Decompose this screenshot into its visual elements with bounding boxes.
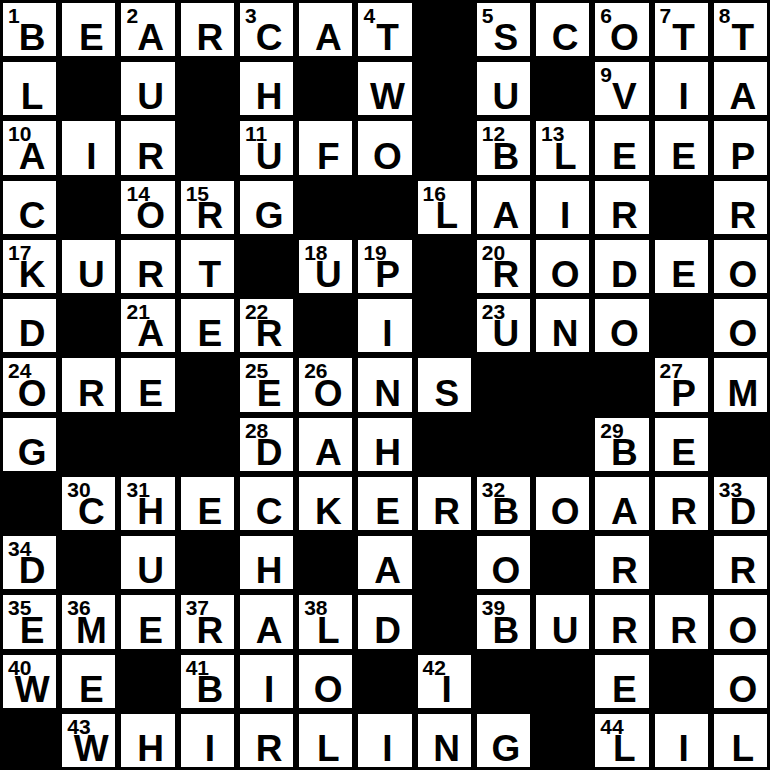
letter-cell-r11c10[interactable]: U (536, 595, 589, 648)
cell-letter: R (600, 197, 648, 234)
letter-cell-r12c11[interactable]: E (595, 655, 648, 708)
cell-letter: U (126, 552, 174, 589)
letter-cell-r13c3[interactable]: H (121, 714, 174, 767)
cell-letter: R (600, 552, 648, 589)
black-cell-r5c5 (240, 240, 293, 293)
letter-cell-r12c13[interactable]: O (714, 655, 767, 708)
cell-letter: E (126, 612, 174, 649)
letter-cell-r4c3[interactable]: 14O (121, 181, 174, 234)
cell-letter: O (719, 256, 767, 293)
letter-cell-r13c2[interactable]: 43W (62, 714, 115, 767)
letter-cell-r11c1[interactable]: 35E (3, 595, 56, 648)
black-cell-r2c4 (181, 62, 234, 115)
letter-cell-r3c10[interactable]: 13L (536, 121, 589, 174)
cell-letter: N (423, 730, 471, 767)
cell-letter: R (186, 19, 234, 56)
black-cell-r11c8 (418, 595, 471, 648)
cell-letter: E (67, 19, 115, 56)
letter-cell-r8c12[interactable]: E (655, 418, 708, 471)
letter-cell-r5c9[interactable]: 20R (477, 240, 530, 293)
black-cell-r10c6 (299, 536, 352, 589)
cell-letter: N (541, 315, 589, 352)
cell-letter: L (8, 78, 56, 115)
black-cell-r6c2 (62, 299, 115, 352)
letter-cell-r9c5[interactable]: C (240, 477, 293, 530)
letter-cell-r3c11[interactable]: E (595, 121, 648, 174)
letter-cell-r3c6[interactable]: F (299, 121, 352, 174)
cell-letter: U (245, 138, 293, 175)
cell-letter: C (245, 493, 293, 530)
cell-letter: R (719, 197, 767, 234)
cell-letter: A (482, 197, 530, 234)
letter-cell-r4c1[interactable]: C (3, 181, 56, 234)
cell-letter: N (363, 375, 411, 412)
cell-letter: E (186, 493, 234, 530)
letter-cell-r7c2[interactable]: R (62, 358, 115, 411)
letter-cell-r4c8[interactable]: 16L (418, 181, 471, 234)
letter-cell-r5c12[interactable]: E (655, 240, 708, 293)
black-cell-r9c1 (3, 477, 56, 530)
cell-letter: D (719, 493, 767, 530)
cell-letter: L (600, 730, 648, 767)
cell-letter: I (67, 138, 115, 175)
letter-cell-r3c2[interactable]: I (62, 121, 115, 174)
letter-cell-r9c8[interactable]: R (418, 477, 471, 530)
letter-cell-r3c9[interactable]: 12B (477, 121, 530, 174)
cell-letter: I (363, 315, 411, 352)
black-cell-r2c2 (62, 62, 115, 115)
letter-cell-r2c5[interactable]: H (240, 62, 293, 115)
cell-letter: E (245, 375, 293, 412)
cell-letter: H (363, 434, 411, 471)
letter-cell-r11c3[interactable]: E (121, 595, 174, 648)
letter-cell-r2c7[interactable]: W (358, 62, 411, 115)
cell-letter: R (126, 256, 174, 293)
letter-cell-r2c11[interactable]: 9V (595, 62, 648, 115)
letter-cell-r13c5[interactable]: R (240, 714, 293, 767)
letter-cell-r12c4[interactable]: 41B (181, 655, 234, 708)
letter-cell-r10c5[interactable]: H (240, 536, 293, 589)
letter-cell-r13c11[interactable]: 44L (595, 714, 648, 767)
cell-letter: G (482, 730, 530, 767)
cell-letter: I (186, 730, 234, 767)
letter-cell-r5c7[interactable]: 19P (358, 240, 411, 293)
cell-letter: I (363, 730, 411, 767)
letter-cell-r9c3[interactable]: 31H (121, 477, 174, 530)
cell-letter: I (423, 671, 471, 708)
cell-letter: U (126, 78, 174, 115)
letter-cell-r2c9[interactable]: U (477, 62, 530, 115)
black-cell-r4c6 (299, 181, 352, 234)
black-cell-r10c4 (181, 536, 234, 589)
letter-cell-r7c1[interactable]: 24O (3, 358, 56, 411)
cell-letter: R (245, 315, 293, 352)
cell-letter: O (719, 612, 767, 649)
letter-cell-r7c12[interactable]: 27P (655, 358, 708, 411)
cell-letter: E (363, 493, 411, 530)
letter-cell-r6c13[interactable]: O (714, 299, 767, 352)
letter-cell-r12c2[interactable]: E (62, 655, 115, 708)
letter-cell-r2c13[interactable]: A (714, 62, 767, 115)
letter-cell-r13c13[interactable]: L (714, 714, 767, 767)
letter-cell-r12c5[interactable]: I (240, 655, 293, 708)
letter-cell-r1c9[interactable]: 5S (477, 3, 530, 56)
cell-letter: B (8, 19, 56, 56)
cell-letter: I (245, 671, 293, 708)
cell-letter: E (660, 138, 708, 175)
letter-cell-r2c3[interactable]: U (121, 62, 174, 115)
cell-letter: S (423, 375, 471, 412)
cell-letter: L (541, 138, 589, 175)
letter-cell-r1c5[interactable]: 3C (240, 3, 293, 56)
letter-cell-r10c3[interactable]: U (121, 536, 174, 589)
letter-cell-r3c1[interactable]: 10A (3, 121, 56, 174)
letter-cell-r1c11[interactable]: 6O (595, 3, 648, 56)
cell-letter: U (482, 78, 530, 115)
letter-cell-r11c4[interactable]: 37R (181, 595, 234, 648)
letter-cell-r7c8[interactable]: S (418, 358, 471, 411)
letter-cell-r12c1[interactable]: 40W (3, 655, 56, 708)
cell-letter: R (67, 375, 115, 412)
black-cell-r8c4 (181, 418, 234, 471)
black-cell-r4c2 (62, 181, 115, 234)
cell-letter: M (67, 612, 115, 649)
letter-cell-r5c6[interactable]: 18U (299, 240, 352, 293)
black-cell-r12c10 (536, 655, 589, 708)
letter-cell-r5c2[interactable]: U (62, 240, 115, 293)
cell-letter: E (67, 671, 115, 708)
letter-cell-r11c11[interactable]: R (595, 595, 648, 648)
cell-letter: O (304, 375, 352, 412)
letter-cell-r13c12[interactable]: I (655, 714, 708, 767)
letter-cell-r13c7[interactable]: I (358, 714, 411, 767)
cell-letter: H (126, 493, 174, 530)
cell-letter: G (245, 197, 293, 234)
cell-letter: D (8, 315, 56, 352)
letter-cell-r11c13[interactable]: O (714, 595, 767, 648)
cell-letter: A (304, 434, 352, 471)
cell-letter: C (67, 493, 115, 530)
cell-letter: B (186, 671, 234, 708)
letter-cell-r1c7[interactable]: 4T (358, 3, 411, 56)
letter-cell-r4c13[interactable]: R (714, 181, 767, 234)
black-cell-r10c10 (536, 536, 589, 589)
cell-letter: A (719, 78, 767, 115)
cell-letter: E (600, 138, 648, 175)
letter-cell-r2c12[interactable]: I (655, 62, 708, 115)
letter-cell-r10c7[interactable]: A (358, 536, 411, 589)
cell-letter: L (719, 730, 767, 767)
black-cell-r12c12 (655, 655, 708, 708)
cell-letter: O (304, 671, 352, 708)
cell-letter: U (482, 315, 530, 352)
cell-letter: R (126, 138, 174, 175)
letter-cell-r10c13[interactable]: R (714, 536, 767, 589)
black-cell-r12c9 (477, 655, 530, 708)
letter-cell-r4c10[interactable]: I (536, 181, 589, 234)
cell-letter: U (304, 256, 352, 293)
letter-cell-r1c3[interactable]: 2A (121, 3, 174, 56)
crossword-board: 1BE2AR3CA4T5SC6O7T8TLUHWU9VIA10AIR11UFO1… (0, 0, 770, 770)
letter-cell-r7c5[interactable]: 25E (240, 358, 293, 411)
cell-letter: O (363, 138, 411, 175)
black-cell-r4c7 (358, 181, 411, 234)
letter-cell-r9c6[interactable]: K (299, 477, 352, 530)
letter-cell-r10c11[interactable]: R (595, 536, 648, 589)
letter-cell-r6c11[interactable]: O (595, 299, 648, 352)
black-cell-r10c12 (655, 536, 708, 589)
cell-letter: I (660, 730, 708, 767)
letter-cell-r11c7[interactable]: D (358, 595, 411, 648)
letter-cell-r10c9[interactable]: O (477, 536, 530, 589)
black-cell-r2c10 (536, 62, 589, 115)
cell-letter: O (8, 375, 56, 412)
cell-letter: I (660, 78, 708, 115)
cell-letter: A (8, 138, 56, 175)
letter-cell-r7c3[interactable]: E (121, 358, 174, 411)
cell-letter: E (660, 434, 708, 471)
letter-cell-r13c8[interactable]: N (418, 714, 471, 767)
cell-letter: D (8, 552, 56, 589)
black-cell-r13c1 (3, 714, 56, 767)
letter-cell-r6c9[interactable]: 23U (477, 299, 530, 352)
cell-letter: K (304, 493, 352, 530)
letter-cell-r11c6[interactable]: 38L (299, 595, 352, 648)
cell-letter: E (186, 315, 234, 352)
letter-cell-r12c8[interactable]: 42I (418, 655, 471, 708)
cell-letter: B (482, 612, 530, 649)
cell-letter: L (423, 197, 471, 234)
cell-letter: H (245, 552, 293, 589)
black-cell-r1c8 (418, 3, 471, 56)
cell-letter: R (186, 612, 234, 649)
cell-letter: D (245, 434, 293, 471)
letter-cell-r7c13[interactable]: M (714, 358, 767, 411)
letter-cell-r8c11[interactable]: 29B (595, 418, 648, 471)
cell-letter: O (541, 493, 589, 530)
letter-cell-r9c2[interactable]: 30C (62, 477, 115, 530)
black-cell-r10c2 (62, 536, 115, 589)
letter-cell-r3c7[interactable]: O (358, 121, 411, 174)
cell-letter: I (541, 197, 589, 234)
cell-letter: F (304, 138, 352, 175)
black-cell-r5c8 (418, 240, 471, 293)
black-cell-r7c11 (595, 358, 648, 411)
black-cell-r10c8 (418, 536, 471, 589)
black-cell-r2c6 (299, 62, 352, 115)
letter-cell-r7c7[interactable]: N (358, 358, 411, 411)
cell-letter: P (660, 375, 708, 412)
letter-cell-r12c6[interactable]: O (299, 655, 352, 708)
black-cell-r13c10 (536, 714, 589, 767)
cell-letter: E (660, 256, 708, 293)
letter-cell-r8c7[interactable]: H (358, 418, 411, 471)
black-cell-r8c3 (121, 418, 174, 471)
letter-cell-r3c3[interactable]: R (121, 121, 174, 174)
letter-cell-r1c4[interactable]: R (181, 3, 234, 56)
cell-letter: A (245, 612, 293, 649)
cell-letter: T (363, 19, 411, 56)
cell-letter: U (541, 612, 589, 649)
black-cell-r8c10 (536, 418, 589, 471)
cell-letter: O (482, 552, 530, 589)
letter-cell-r9c9[interactable]: 32B (477, 477, 530, 530)
black-cell-r3c8 (418, 121, 471, 174)
cell-letter: R (482, 256, 530, 293)
letter-cell-r5c13[interactable]: O (714, 240, 767, 293)
letter-cell-r11c5[interactable]: A (240, 595, 293, 648)
letter-cell-r10c1[interactable]: 34D (3, 536, 56, 589)
cell-letter: C (245, 19, 293, 56)
letter-cell-r1c6[interactable]: A (299, 3, 352, 56)
cell-letter: A (363, 552, 411, 589)
cell-letter: K (8, 256, 56, 293)
letter-cell-r4c9[interactable]: A (477, 181, 530, 234)
letter-cell-r1c10[interactable]: C (536, 3, 589, 56)
letter-cell-r4c4[interactable]: 15R (181, 181, 234, 234)
letter-cell-r1c2[interactable]: E (62, 3, 115, 56)
cell-letter: A (304, 19, 352, 56)
cell-letter: C (8, 197, 56, 234)
black-cell-r6c8 (418, 299, 471, 352)
cell-letter: E (600, 671, 648, 708)
letter-cell-r9c4[interactable]: E (181, 477, 234, 530)
cell-letter: O (126, 197, 174, 234)
letter-cell-r1c13[interactable]: 8T (714, 3, 767, 56)
cell-letter: R (660, 493, 708, 530)
cell-letter: R (245, 730, 293, 767)
black-cell-r6c12 (655, 299, 708, 352)
letter-cell-r1c12[interactable]: 7T (655, 3, 708, 56)
cell-letter: T (719, 19, 767, 56)
letter-cell-r5c1[interactable]: 17K (3, 240, 56, 293)
letter-cell-r11c12[interactable]: R (655, 595, 708, 648)
black-cell-r12c7 (358, 655, 411, 708)
letter-cell-r4c11[interactable]: R (595, 181, 648, 234)
letter-cell-r6c4[interactable]: E (181, 299, 234, 352)
black-cell-r8c8 (418, 418, 471, 471)
cell-letter: O (541, 256, 589, 293)
letter-cell-r11c2[interactable]: 36M (62, 595, 115, 648)
cell-letter: L (304, 730, 352, 767)
cell-letter: P (719, 138, 767, 175)
black-cell-r12c3 (121, 655, 174, 708)
cell-letter: U (67, 256, 115, 293)
letter-cell-r8c1[interactable]: G (3, 418, 56, 471)
letter-cell-r9c12[interactable]: R (655, 477, 708, 530)
cell-letter: G (8, 434, 56, 471)
cell-letter: A (600, 493, 648, 530)
letter-cell-r6c3[interactable]: 21A (121, 299, 174, 352)
cell-letter: V (600, 78, 648, 115)
letter-cell-r7c6[interactable]: 26O (299, 358, 352, 411)
cell-letter: M (719, 375, 767, 412)
cell-letter: R (600, 612, 648, 649)
cell-letter: C (541, 19, 589, 56)
black-cell-r6c6 (299, 299, 352, 352)
cell-letter: A (126, 315, 174, 352)
black-cell-r3c4 (181, 121, 234, 174)
black-cell-r7c9 (477, 358, 530, 411)
letter-cell-r9c11[interactable]: A (595, 477, 648, 530)
cell-letter: R (660, 612, 708, 649)
cell-letter: R (423, 493, 471, 530)
black-cell-r8c13 (714, 418, 767, 471)
letter-cell-r5c4[interactable]: T (181, 240, 234, 293)
letter-cell-r5c10[interactable]: O (536, 240, 589, 293)
cell-letter: O (600, 315, 648, 352)
black-cell-r7c10 (536, 358, 589, 411)
letter-cell-r3c12[interactable]: E (655, 121, 708, 174)
cell-letter: E (8, 612, 56, 649)
letter-cell-r6c5[interactable]: 22R (240, 299, 293, 352)
letter-cell-r1c1[interactable]: 1B (3, 3, 56, 56)
letter-cell-r9c13[interactable]: 33D (714, 477, 767, 530)
cell-letter: W (67, 730, 115, 767)
cell-letter: R (719, 552, 767, 589)
cell-letter: O (719, 315, 767, 352)
cell-letter: R (186, 197, 234, 234)
letter-cell-r8c6[interactable]: A (299, 418, 352, 471)
letter-cell-r9c10[interactable]: O (536, 477, 589, 530)
letter-cell-r2c1[interactable]: L (3, 62, 56, 115)
black-cell-r2c8 (418, 62, 471, 115)
letter-cell-r8c5[interactable]: 28D (240, 418, 293, 471)
cell-letter: D (363, 612, 411, 649)
letter-cell-r3c13[interactable]: P (714, 121, 767, 174)
black-cell-r8c2 (62, 418, 115, 471)
letter-cell-r11c9[interactable]: 39B (477, 595, 530, 648)
letter-cell-r4c5[interactable]: G (240, 181, 293, 234)
cell-letter: S (482, 19, 530, 56)
cell-letter: B (600, 434, 648, 471)
letter-cell-r13c9[interactable]: G (477, 714, 530, 767)
cell-letter: E (126, 375, 174, 412)
cell-letter: H (245, 78, 293, 115)
letter-cell-r6c7[interactable]: I (358, 299, 411, 352)
cell-letter: A (126, 19, 174, 56)
letter-cell-r5c3[interactable]: R (121, 240, 174, 293)
letter-cell-r13c4[interactable]: I (181, 714, 234, 767)
cell-letter: O (719, 671, 767, 708)
letter-cell-r3c5[interactable]: 11U (240, 121, 293, 174)
letter-cell-r13c6[interactable]: L (299, 714, 352, 767)
cell-letter: T (186, 256, 234, 293)
cell-letter: B (482, 138, 530, 175)
letter-cell-r6c10[interactable]: N (536, 299, 589, 352)
cell-letter: W (363, 78, 411, 115)
letter-cell-r5c11[interactable]: D (595, 240, 648, 293)
cell-letter: W (8, 671, 56, 708)
black-cell-r4c12 (655, 181, 708, 234)
black-cell-r8c9 (477, 418, 530, 471)
cell-letter: T (660, 19, 708, 56)
cell-letter: B (482, 493, 530, 530)
letter-cell-r6c1[interactable]: D (3, 299, 56, 352)
cell-letter: P (363, 256, 411, 293)
cell-letter: O (600, 19, 648, 56)
cell-letter: H (126, 730, 174, 767)
cell-letter: L (304, 612, 352, 649)
black-cell-r7c4 (181, 358, 234, 411)
letter-cell-r9c7[interactable]: E (358, 477, 411, 530)
cell-letter: D (600, 256, 648, 293)
